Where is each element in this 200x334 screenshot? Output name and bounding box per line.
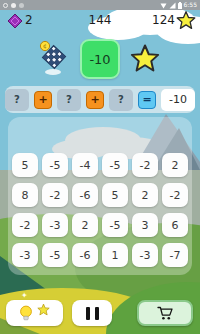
star-icon <box>130 43 160 73</box>
shop-button[interactable] <box>137 300 193 326</box>
pause-icon <box>86 307 90 320</box>
number-grid: 5 -5 -4 -5 -2 2 8 -2 -6 5 2 -2 -2 -3 2 -… <box>12 153 188 267</box>
equation-slot-3[interactable]: ? <box>109 89 133 111</box>
number-tile[interactable]: -4 <box>72 153 98 177</box>
number-tile[interactable]: -6 <box>72 243 98 267</box>
number-tile[interactable]: -5 <box>102 213 128 237</box>
board-grid-booster-button[interactable]: ¢ <box>38 40 70 76</box>
number-tile[interactable]: -5 <box>42 243 68 267</box>
coin-badge: ¢ <box>40 41 49 50</box>
footer-bar: ✦ <box>0 298 200 334</box>
target-value-box: -10 <box>80 39 120 79</box>
sparkle-icon: ✦ <box>21 291 28 300</box>
number-tile[interactable]: 5 <box>12 153 38 177</box>
star-count: 124 <box>152 13 175 27</box>
equation-slot-2[interactable]: ? <box>57 89 81 111</box>
number-tile[interactable]: 8 <box>12 183 38 207</box>
number-tile[interactable]: 6 <box>162 213 188 237</box>
number-tile[interactable]: 3 <box>132 213 158 237</box>
number-tile[interactable]: -2 <box>132 153 158 177</box>
game-header: 2 144 124 <box>0 12 200 30</box>
equation-bar: ? + ? + ? = -10 <box>5 86 195 113</box>
wifi-icon <box>160 2 167 9</box>
star-icon <box>176 10 196 30</box>
svg-text:¢: ¢ <box>43 42 47 49</box>
pause-button[interactable] <box>72 300 112 326</box>
number-tile[interactable]: -3 <box>12 243 38 267</box>
notification-icon <box>3 3 8 8</box>
pause-icon <box>95 307 99 320</box>
notification-icons <box>3 3 24 8</box>
booster-row: ¢ -10 <box>0 38 200 82</box>
signal-icon <box>169 2 176 9</box>
hint-button[interactable] <box>6 300 63 326</box>
notification-icon <box>11 3 16 8</box>
android-status-bar: 6:55 <box>0 0 200 10</box>
number-tile[interactable]: -3 <box>42 213 68 237</box>
equation-slot-1[interactable]: ? <box>5 89 29 111</box>
battery-icon <box>178 2 182 9</box>
number-tile[interactable]: 1 <box>102 243 128 267</box>
cart-icon <box>157 306 174 321</box>
number-tile[interactable]: -2 <box>162 183 188 207</box>
plus-operator: + <box>86 91 104 109</box>
number-tile[interactable]: 5 <box>102 183 128 207</box>
number-tile[interactable]: -6 <box>72 183 98 207</box>
number-tile[interactable]: -2 <box>42 183 68 207</box>
number-tile[interactable]: 2 <box>162 153 188 177</box>
equals-sign: = <box>138 91 156 109</box>
number-tile[interactable]: -2 <box>12 213 38 237</box>
hint-star-icon <box>37 303 50 316</box>
clock: 6:55 <box>184 0 197 10</box>
lightbulb-icon <box>19 305 33 322</box>
number-tile[interactable]: -3 <box>132 243 158 267</box>
status-icons: 6:55 <box>160 0 197 10</box>
number-tile[interactable]: 2 <box>72 213 98 237</box>
number-tile[interactable]: 2 <box>132 183 158 207</box>
game-screen: 6:55 2 144 124 <box>0 0 200 334</box>
notification-icon <box>19 3 24 8</box>
number-tile[interactable]: -5 <box>42 153 68 177</box>
equation-result: -10 <box>161 89 195 111</box>
number-tile[interactable]: -7 <box>162 243 188 267</box>
number-tile[interactable]: -5 <box>102 153 128 177</box>
plus-operator: + <box>34 91 52 109</box>
